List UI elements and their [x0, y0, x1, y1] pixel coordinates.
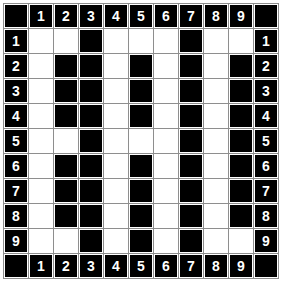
grid-cell-r5c9-black[interactable]	[230, 130, 252, 152]
grid-cell-r1c5-white[interactable]	[130, 30, 152, 52]
grid-cell-r6c3-black[interactable]	[80, 155, 102, 177]
col-label-top-3: 3	[80, 5, 102, 27]
grid-cell-r3c3-black[interactable]	[80, 80, 102, 102]
col-label-bottom-5: 5	[130, 255, 152, 277]
grid-cell-r5c2-white[interactable]	[55, 130, 77, 152]
grid-cell-r6c1-white[interactable]	[30, 155, 52, 177]
grid-cell-r5c8-white[interactable]	[205, 130, 227, 152]
grid-cell-r9c3-black[interactable]	[80, 230, 102, 252]
grid-cell-r9c2-white[interactable]	[55, 230, 77, 252]
grid-cell-r4c4-white[interactable]	[105, 105, 127, 127]
row-label-left-3: 3	[5, 80, 27, 102]
grid-cell-r8c6-white[interactable]	[155, 205, 177, 227]
grid-cell-r6c5-black[interactable]	[130, 155, 152, 177]
grid-cell-r4c7-black[interactable]	[180, 105, 202, 127]
col-label-bottom-2: 2	[55, 255, 77, 277]
col-label-top-1: 1	[30, 5, 52, 27]
grid-cell-r7c9-black[interactable]	[230, 180, 252, 202]
grid-cell-r7c4-white[interactable]	[105, 180, 127, 202]
grid-cell-r6c2-black[interactable]	[55, 155, 77, 177]
grid-cell-r2c8-white[interactable]	[205, 55, 227, 77]
grid-cell-r5c3-black[interactable]	[80, 130, 102, 152]
grid-cell-r6c4-white[interactable]	[105, 155, 127, 177]
col-label-bottom-8: 8	[205, 255, 227, 277]
col-label-top-8: 8	[205, 5, 227, 27]
col-label-top-9: 9	[230, 5, 252, 27]
col-label-bottom-7: 7	[180, 255, 202, 277]
col-label-top-7: 7	[180, 5, 202, 27]
grid-cell-r8c1-white[interactable]	[30, 205, 52, 227]
row-label-left-7: 7	[5, 180, 27, 202]
grid-cell-r2c6-white[interactable]	[155, 55, 177, 77]
grid-cell-r1c3-black[interactable]	[80, 30, 102, 52]
grid-cell-r3c9-black[interactable]	[230, 80, 252, 102]
grid-cell-r8c8-white[interactable]	[205, 205, 227, 227]
row-label-left-9: 9	[5, 230, 27, 252]
grid-cell-r9c6-white[interactable]	[155, 230, 177, 252]
row-label-left-1: 1	[5, 30, 27, 52]
corner-cell-top-right	[255, 5, 277, 27]
grid-cell-r2c9-black[interactable]	[230, 55, 252, 77]
grid-cell-r8c9-black[interactable]	[230, 205, 252, 227]
grid-cell-r3c8-white[interactable]	[205, 80, 227, 102]
grid-cell-r4c2-black[interactable]	[55, 105, 77, 127]
row-label-right-6: 6	[255, 155, 277, 177]
col-label-top-4: 4	[105, 5, 127, 27]
col-label-bottom-1: 1	[30, 255, 52, 277]
row-label-left-8: 8	[5, 205, 27, 227]
grid-cell-r9c5-black[interactable]	[130, 230, 152, 252]
grid-cell-r8c2-black[interactable]	[55, 205, 77, 227]
grid-cell-r2c3-black[interactable]	[80, 55, 102, 77]
grid-cell-r4c9-black[interactable]	[230, 105, 252, 127]
grid-cell-r1c4-white[interactable]	[105, 30, 127, 52]
grid-cell-r2c7-black[interactable]	[180, 55, 202, 77]
row-label-left-4: 4	[5, 105, 27, 127]
grid-cell-r2c1-white[interactable]	[30, 55, 52, 77]
grid-cell-r2c4-white[interactable]	[105, 55, 127, 77]
grid-cell-r4c1-white[interactable]	[30, 105, 52, 127]
row-label-right-9: 9	[255, 230, 277, 252]
row-label-right-7: 7	[255, 180, 277, 202]
grid-cell-r8c4-white[interactable]	[105, 205, 127, 227]
grid-cell-r9c1-white[interactable]	[30, 230, 52, 252]
grid-cell-r9c8-white[interactable]	[205, 230, 227, 252]
grid-cell-r7c2-black[interactable]	[55, 180, 77, 202]
grid-cell-r3c5-black[interactable]	[130, 80, 152, 102]
grid-cell-r4c6-white[interactable]	[155, 105, 177, 127]
row-label-right-1: 1	[255, 30, 277, 52]
grid-cell-r4c8-white[interactable]	[205, 105, 227, 127]
grid-cell-r1c2-white[interactable]	[55, 30, 77, 52]
col-label-top-6: 6	[155, 5, 177, 27]
grid-cell-r1c6-white[interactable]	[155, 30, 177, 52]
grid-cell-r6c7-black[interactable]	[180, 155, 202, 177]
grid-cell-r2c2-black[interactable]	[55, 55, 77, 77]
grid-cell-r3c2-black[interactable]	[55, 80, 77, 102]
grid-cell-r5c1-white[interactable]	[30, 130, 52, 152]
row-label-left-2: 2	[5, 55, 27, 77]
grid-cell-r8c5-black[interactable]	[130, 205, 152, 227]
grid-cell-r3c6-white[interactable]	[155, 80, 177, 102]
row-label-right-2: 2	[255, 55, 277, 77]
grid-cell-r2c5-black[interactable]	[130, 55, 152, 77]
grid-cell-r8c7-black[interactable]	[180, 205, 202, 227]
grid-cell-r3c7-black[interactable]	[180, 80, 202, 102]
grid-cell-r7c1-white[interactable]	[30, 180, 52, 202]
grid-cell-r1c9-white[interactable]	[230, 30, 252, 52]
grid-cell-r6c6-white[interactable]	[155, 155, 177, 177]
grid-cell-r1c1-white[interactable]	[30, 30, 52, 52]
row-label-right-4: 4	[255, 105, 277, 127]
col-label-top-5: 5	[130, 5, 152, 27]
row-label-right-3: 3	[255, 80, 277, 102]
grid-cell-r3c1-white[interactable]	[30, 80, 52, 102]
col-label-bottom-4: 4	[105, 255, 127, 277]
col-label-bottom-6: 6	[155, 255, 177, 277]
grid-cell-r5c6-white[interactable]	[155, 130, 177, 152]
grid-cell-r7c6-white[interactable]	[155, 180, 177, 202]
grid-cell-r9c7-black[interactable]	[180, 230, 202, 252]
grid-cell-r4c3-black[interactable]	[80, 105, 102, 127]
grid-cell-r7c3-black[interactable]	[80, 180, 102, 202]
grid-cell-r1c8-white[interactable]	[205, 30, 227, 52]
grid-cell-r5c4-white[interactable]	[105, 130, 127, 152]
row-label-right-8: 8	[255, 205, 277, 227]
corner-cell-bottom-right	[255, 255, 277, 277]
grid-cell-r1c7-black[interactable]	[180, 30, 202, 52]
grid-cell-r5c5-white[interactable]	[130, 130, 152, 152]
grid-cell-r9c4-white[interactable]	[105, 230, 127, 252]
grid-cell-r6c8-white[interactable]	[205, 155, 227, 177]
col-label-bottom-9: 9	[230, 255, 252, 277]
grid-cell-r3c4-white[interactable]	[105, 80, 127, 102]
grid-cell-r7c5-black[interactable]	[130, 180, 152, 202]
row-label-left-5: 5	[5, 130, 27, 152]
corner-cell-top-left	[5, 5, 27, 27]
grid-cell-r9c9-white[interactable]	[230, 230, 252, 252]
grid-cell-r4c5-black[interactable]	[130, 105, 152, 127]
col-label-top-2: 2	[55, 5, 77, 27]
grid-cell-r6c9-black[interactable]	[230, 155, 252, 177]
corner-cell-bottom-left	[5, 255, 27, 277]
grid-cell-r5c7-black[interactable]	[180, 130, 202, 152]
row-label-right-5: 5	[255, 130, 277, 152]
grid-cell-r8c3-black[interactable]	[80, 205, 102, 227]
grid-cell-r7c8-white[interactable]	[205, 180, 227, 202]
col-label-bottom-3: 3	[80, 255, 102, 277]
puzzle-board: 123456789112233445566778899123456789	[0, 0, 282, 282]
row-label-left-6: 6	[5, 155, 27, 177]
grid-cell-r7c7-black[interactable]	[180, 180, 202, 202]
